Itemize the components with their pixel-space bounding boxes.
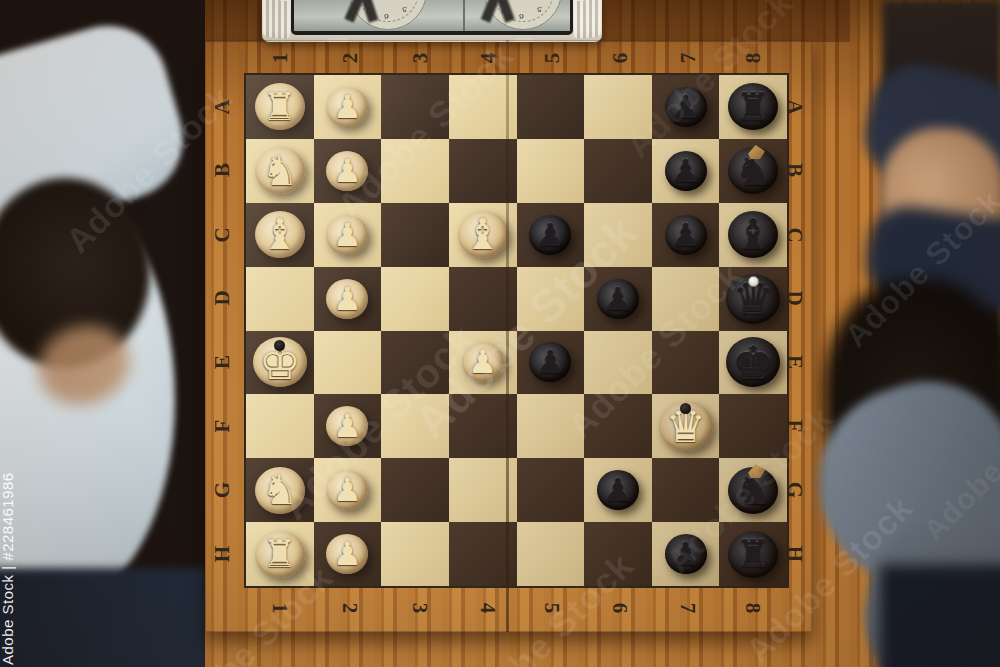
white-pawn-icon: ♟ — [333, 471, 362, 509]
piece-black-knight-b8[interactable]: ♞ — [719, 139, 787, 203]
piece-white-rook-a1[interactable]: ♜ — [246, 75, 314, 139]
square-b7[interactable]: ♟ — [652, 139, 720, 203]
file-label-bottom-8: 8 — [741, 596, 765, 620]
square-e1[interactable]: ♚ — [246, 331, 314, 395]
piece-black-pawn-e5[interactable]: ♟ — [517, 331, 585, 395]
file-label-bottom-3: 3 — [408, 596, 432, 620]
rank-label-left-G: G — [210, 478, 234, 502]
file-label-bottom-4: 4 — [476, 596, 500, 620]
piece-black-queen-d8[interactable]: ♛ — [719, 267, 787, 331]
piece-black-rook-a8[interactable]: ♜ — [719, 75, 787, 139]
black-pawn-icon: ♟ — [536, 216, 565, 254]
file-label-bottom-2: 2 — [338, 596, 362, 620]
square-d7[interactable] — [652, 267, 720, 331]
square-c8[interactable]: ♝ — [719, 203, 787, 267]
file-label-top-1: 1 — [268, 46, 292, 70]
piece-black-pawn-c7[interactable]: ♟ — [652, 203, 720, 267]
piece-black-rook-h8[interactable]: ♜ — [719, 522, 787, 586]
piece-black-knight-g8[interactable]: ♞ — [719, 458, 787, 522]
piece-white-bishop-c1[interactable]: ♝ — [246, 203, 314, 267]
white-pawn-icon: ♟ — [333, 88, 362, 126]
rank-label-right-C: C — [783, 223, 807, 247]
square-c2[interactable]: ♟ — [314, 203, 382, 267]
black-rook-icon: ♜ — [736, 85, 770, 129]
square-g8[interactable]: ♞ — [719, 458, 787, 522]
square-h8[interactable]: ♜ — [719, 522, 787, 586]
square-a6[interactable] — [584, 75, 652, 139]
square-a5[interactable] — [517, 75, 585, 139]
black-pawn-icon: ♟ — [536, 343, 565, 381]
square-b3[interactable] — [381, 139, 449, 203]
rank-label-left-A: A — [210, 95, 234, 119]
square-d2[interactable]: ♟ — [314, 267, 382, 331]
file-label-bottom-1: 1 — [268, 596, 292, 620]
square-h1[interactable]: ♜ — [246, 522, 314, 586]
file-label-top-2: 2 — [338, 46, 362, 70]
piece-white-queen-f7[interactable]: ♛ — [652, 394, 720, 458]
square-h6[interactable] — [584, 522, 652, 586]
square-b2[interactable]: ♟ — [314, 139, 382, 203]
square-e3[interactable] — [381, 331, 449, 395]
piece-white-pawn-a2[interactable]: ♟ — [314, 75, 382, 139]
square-d3[interactable] — [381, 267, 449, 331]
white-pawn-icon: ♟ — [333, 152, 362, 190]
piece-black-pawn-c5[interactable]: ♟ — [517, 203, 585, 267]
rank-label-right-A: A — [783, 95, 807, 119]
square-f3[interactable] — [381, 394, 449, 458]
piece-black-pawn-d6[interactable]: ♟ — [584, 267, 652, 331]
file-label-top-7: 7 — [676, 46, 700, 70]
file-label-top-8: 8 — [741, 46, 765, 70]
piece-black-bishop-c8[interactable]: ♝ — [719, 203, 787, 267]
black-bishop-icon: ♝ — [734, 210, 772, 259]
square-e2[interactable] — [314, 331, 382, 395]
square-b1[interactable]: ♞ — [246, 139, 314, 203]
clock-glass: 87654 87654 — [294, 0, 570, 31]
square-b8[interactable]: ♞ — [719, 139, 787, 203]
square-f8[interactable] — [719, 394, 787, 458]
piece-white-pawn-f2[interactable]: ♟ — [314, 394, 382, 458]
piece-black-king-e8[interactable]: ♚ — [719, 331, 787, 395]
white-pawn-icon: ♟ — [333, 535, 362, 573]
square-a8[interactable]: ♜ — [719, 75, 787, 139]
dark-finial — [274, 340, 285, 351]
rank-label-right-G: G — [783, 478, 807, 502]
square-g6[interactable]: ♟ — [584, 458, 652, 522]
square-c1[interactable]: ♝ — [246, 203, 314, 267]
square-f5[interactable] — [517, 394, 585, 458]
square-h7[interactable]: ♟ — [652, 522, 720, 586]
piece-white-pawn-d2[interactable]: ♟ — [314, 267, 382, 331]
white-pawn-icon: ♟ — [333, 280, 362, 318]
white-pawn-icon: ♟ — [333, 216, 362, 254]
square-d1[interactable] — [246, 267, 314, 331]
white-rook-icon: ♜ — [263, 532, 297, 576]
piece-white-knight-b1[interactable]: ♞ — [246, 139, 314, 203]
square-f1[interactable] — [246, 394, 314, 458]
rank-label-right-F: F — [783, 414, 807, 438]
square-c5[interactable]: ♟ — [517, 203, 585, 267]
square-c7[interactable]: ♟ — [652, 203, 720, 267]
black-pawn-icon: ♟ — [671, 88, 700, 126]
clock-right-ribbed-edge — [574, 0, 601, 39]
square-g3[interactable] — [381, 458, 449, 522]
square-f6[interactable] — [584, 394, 652, 458]
square-h3[interactable] — [381, 522, 449, 586]
clock-dial-number-5: 5 — [402, 5, 407, 13]
black-pawn-icon: ♟ — [671, 152, 700, 190]
black-pawn-icon: ♟ — [604, 280, 633, 318]
square-g5[interactable] — [517, 458, 585, 522]
white-bishop-icon: ♝ — [261, 210, 299, 259]
white-bishop-icon: ♝ — [464, 210, 502, 259]
rank-label-right-D: D — [783, 286, 807, 310]
clock-dial-number-5: 5 — [537, 5, 542, 13]
clock-center-divider — [463, 0, 465, 31]
black-rook-icon: ♜ — [736, 532, 770, 576]
file-label-bottom-7: 7 — [676, 596, 700, 620]
white-finial — [748, 276, 759, 287]
rank-label-left-F: F — [210, 414, 234, 438]
rank-label-left-E: E — [210, 350, 234, 374]
clock-dial-number-6: 6 — [384, 12, 389, 20]
piece-black-pawn-g6[interactable]: ♟ — [584, 458, 652, 522]
square-f2[interactable]: ♟ — [314, 394, 382, 458]
square-a1[interactable]: ♜ — [246, 75, 314, 139]
piece-white-pawn-b2[interactable]: ♟ — [314, 139, 382, 203]
piece-black-pawn-a7[interactable]: ♟ — [652, 75, 720, 139]
white-knight-icon: ♞ — [261, 147, 298, 195]
square-e8[interactable]: ♚ — [719, 331, 787, 395]
square-c3[interactable] — [381, 203, 449, 267]
square-g1[interactable]: ♞ — [246, 458, 314, 522]
white-pawn-icon: ♟ — [468, 343, 497, 381]
rank-label-left-D: D — [210, 286, 234, 310]
rank-label-right-E: E — [783, 350, 807, 374]
piece-black-pawn-b7[interactable]: ♟ — [652, 139, 720, 203]
rank-label-right-H: H — [783, 542, 807, 566]
photo-canvas: 87654 87654 ♜♟♟♜♞♟♟♞♝♟♝♟♟♝♟♟♛♚♟♟♚♟♛♞♟♟♞♜… — [0, 0, 1000, 667]
clock-dial-number-6: 6 — [519, 12, 524, 20]
square-h2[interactable]: ♟ — [314, 522, 382, 586]
black-pawn-icon: ♟ — [604, 471, 633, 509]
square-e6[interactable] — [584, 331, 652, 395]
rank-label-left-C: C — [210, 223, 234, 247]
black-pawn-icon: ♟ — [671, 535, 700, 573]
piece-black-pawn-h7[interactable]: ♟ — [652, 522, 720, 586]
white-pawn-icon: ♟ — [333, 407, 362, 445]
square-d5[interactable] — [517, 267, 585, 331]
piece-white-pawn-c2[interactable]: ♟ — [314, 203, 382, 267]
black-king-icon: ♚ — [732, 335, 774, 390]
rank-label-left-B: B — [210, 158, 234, 182]
file-label-bottom-5: 5 — [540, 596, 564, 620]
square-g7[interactable] — [652, 458, 720, 522]
square-c6[interactable] — [584, 203, 652, 267]
rank-label-right-B: B — [783, 158, 807, 182]
piece-white-pawn-h2[interactable]: ♟ — [314, 522, 382, 586]
piece-white-king-e1[interactable]: ♚ — [246, 331, 314, 395]
white-rook-icon: ♜ — [263, 85, 297, 129]
file-label-top-5: 5 — [540, 46, 564, 70]
square-b6[interactable] — [584, 139, 652, 203]
white-knight-icon: ♞ — [261, 466, 298, 514]
file-label-top-4: 4 — [476, 46, 500, 70]
square-g2[interactable]: ♟ — [314, 458, 382, 522]
square-a3[interactable] — [381, 75, 449, 139]
piece-white-knight-g1[interactable]: ♞ — [246, 458, 314, 522]
file-label-top-3: 3 — [408, 46, 432, 70]
square-d6[interactable]: ♟ — [584, 267, 652, 331]
clock-left-ribbed-edge — [263, 0, 290, 39]
square-a2[interactable]: ♟ — [314, 75, 382, 139]
board-fold-seam — [506, 40, 509, 632]
board-playing-area: ♜♟♟♜♞♟♟♞♝♟♝♟♟♝♟♟♛♚♟♟♚♟♛♞♟♟♞♜♟♟♜ — [246, 75, 787, 586]
square-a7[interactable]: ♟ — [652, 75, 720, 139]
chess-board: ♜♟♟♜♞♟♟♞♝♟♝♟♟♝♟♟♛♚♟♟♚♟♛♞♟♟♞♜♟♟♜ 11223344… — [205, 40, 812, 632]
piece-white-rook-h1[interactable]: ♜ — [246, 522, 314, 586]
file-label-bottom-6: 6 — [608, 596, 632, 620]
black-pawn-icon: ♟ — [671, 216, 700, 254]
square-b5[interactable] — [517, 139, 585, 203]
square-f7[interactable]: ♛ — [652, 394, 720, 458]
piece-white-pawn-g2[interactable]: ♟ — [314, 458, 382, 522]
file-label-top-6: 6 — [608, 46, 632, 70]
square-e7[interactable] — [652, 331, 720, 395]
chess-clock: 87654 87654 — [262, 0, 602, 42]
square-d8[interactable]: ♛ — [719, 267, 787, 331]
square-h5[interactable] — [517, 522, 585, 586]
rank-label-left-H: H — [210, 542, 234, 566]
square-e5[interactable]: ♟ — [517, 331, 585, 395]
